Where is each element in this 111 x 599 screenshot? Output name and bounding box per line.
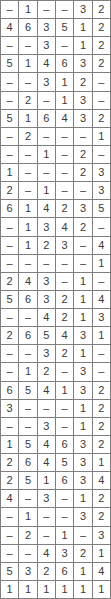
grid-cell[interactable]: – [19, 418, 37, 436]
grid-cell[interactable]: – [19, 309, 37, 327]
grid-cell[interactable]: – [1, 545, 19, 563]
grid-cell[interactable]: 5 [1, 55, 19, 73]
grid-cell[interactable]: 1 [56, 382, 74, 400]
grid-cell[interactable]: 2 [38, 237, 56, 255]
grid-cell[interactable]: – [38, 92, 56, 110]
grid-cell[interactable]: – [56, 363, 74, 381]
grid-cell[interactable]: – [19, 146, 37, 164]
grid-cell[interactable]: 1 [19, 55, 37, 73]
grid-cell[interactable]: 4 [19, 273, 37, 291]
grid-cell[interactable]: – [56, 255, 74, 273]
grid-cell[interactable]: 2 [93, 436, 111, 454]
grid-cell[interactable]: 2 [19, 128, 37, 146]
grid-cell[interactable]: 2 [74, 146, 92, 164]
grid-cell[interactable]: 2 [93, 400, 111, 418]
grid-cell[interactable]: 2 [56, 291, 74, 309]
grid-cell[interactable]: 2 [74, 73, 92, 91]
grid-cell[interactable]: 3 [19, 563, 37, 581]
grid-cell[interactable]: – [1, 363, 19, 381]
grid-cell[interactable]: 4 [38, 55, 56, 73]
grid-cell[interactable]: – [1, 345, 19, 363]
grid-cell[interactable]: 3 [1, 400, 19, 418]
grid-cell[interactable]: 2 [74, 218, 92, 236]
grid-cell[interactable]: 3 [38, 218, 56, 236]
grid-cell[interactable]: – [19, 490, 37, 508]
grid-cell[interactable]: 1 [56, 581, 74, 599]
grid-cell[interactable]: – [38, 164, 56, 182]
grid-cell[interactable]: 1 [19, 363, 37, 381]
grid-cell[interactable]: 2 [93, 19, 111, 37]
grid-cell[interactable]: 4 [93, 472, 111, 490]
grid-cell[interactable]: 6 [56, 472, 74, 490]
grid-cell[interactable]: 1 [19, 581, 37, 599]
grid-cell[interactable]: 1 [56, 92, 74, 110]
grid-cell[interactable]: 1 [93, 128, 111, 146]
grid-cell[interactable]: 3 [74, 382, 92, 400]
grid-cell[interactable]: 4 [38, 545, 56, 563]
grid-cell[interactable]: 6 [38, 110, 56, 128]
grid-cell[interactable]: 3 [74, 363, 92, 381]
grid-cell[interactable]: 3 [74, 327, 92, 345]
puzzle-grid: –1––32463512––3–12514632––312––2–13–5164… [0, 0, 111, 599]
grid-cell[interactable]: 5 [19, 382, 37, 400]
grid-cell[interactable]: – [1, 309, 19, 327]
grid-cell[interactable]: 2 [56, 200, 74, 218]
grid-cell[interactable]: – [1, 73, 19, 91]
grid-cell[interactable]: – [74, 255, 92, 273]
grid-cell[interactable]: 6 [19, 291, 37, 309]
grid-cell[interactable]: – [74, 128, 92, 146]
grid-cell[interactable]: – [1, 92, 19, 110]
grid-cell[interactable]: – [56, 400, 74, 418]
grid-cell[interactable]: 1 [1, 164, 19, 182]
grid-cell[interactable]: 5 [19, 436, 37, 454]
grid-cell[interactable]: 2 [1, 273, 19, 291]
grid-cell[interactable]: 3 [38, 418, 56, 436]
grid-cell[interactable]: – [1, 37, 19, 55]
grid-cell[interactable]: – [19, 545, 37, 563]
grid-cell[interactable]: – [56, 1, 74, 19]
grid-cell[interactable]: 3 [38, 19, 56, 37]
grid-cell[interactable]: 4 [38, 436, 56, 454]
grid-cell[interactable]: 6 [56, 563, 74, 581]
grid-cell[interactable]: – [19, 164, 37, 182]
grid-cell[interactable]: 2 [1, 327, 19, 345]
grid-cell[interactable]: – [56, 508, 74, 526]
grid-cell[interactable]: 1 [74, 345, 92, 363]
grid-cell[interactable]: 3 [93, 182, 111, 200]
grid-cell[interactable]: 2 [93, 490, 111, 508]
grid-cell[interactable]: 1 [19, 218, 37, 236]
grid-cell[interactable]: 4 [1, 490, 19, 508]
grid-cell[interactable]: 2 [38, 563, 56, 581]
grid-cell[interactable]: 2 [74, 164, 92, 182]
grid-cell[interactable]: – [93, 146, 111, 164]
grid-cell[interactable]: 4 [56, 327, 74, 345]
grid-cell[interactable]: 6 [19, 454, 37, 472]
grid-cell[interactable]: – [19, 182, 37, 200]
grid-cell[interactable]: 3 [38, 345, 56, 363]
grid-cell[interactable]: – [1, 128, 19, 146]
grid-cell[interactable]: 3 [38, 490, 56, 508]
grid-cell[interactable]: 3 [74, 55, 92, 73]
grid-cell[interactable]: 1 [93, 581, 111, 599]
grid-cell[interactable]: – [1, 146, 19, 164]
grid-cell[interactable]: 2 [19, 92, 37, 110]
grid-cell[interactable]: 3 [74, 454, 92, 472]
grid-cell[interactable]: 3 [38, 37, 56, 55]
grid-cell[interactable]: 4 [38, 454, 56, 472]
grid-cell[interactable]: 4 [93, 291, 111, 309]
grid-cell[interactable]: 2 [93, 382, 111, 400]
grid-cell[interactable]: 3 [74, 92, 92, 110]
grid-cell[interactable]: – [93, 73, 111, 91]
grid-cell[interactable]: – [1, 218, 19, 236]
grid-cell[interactable]: 1 [1, 581, 19, 599]
grid-cell[interactable]: – [93, 345, 111, 363]
grid-cell[interactable]: 2 [38, 363, 56, 381]
grid-cell[interactable]: – [56, 273, 74, 291]
grid-cell[interactable]: 1 [74, 19, 92, 37]
grid-cell[interactable]: – [56, 182, 74, 200]
grid-cell[interactable]: 1 [93, 327, 111, 345]
grid-cell[interactable]: 4 [1, 19, 19, 37]
grid-cell[interactable]: 3 [56, 237, 74, 255]
grid-cell[interactable]: – [74, 527, 92, 545]
grid-cell[interactable]: – [38, 400, 56, 418]
grid-cell[interactable]: 4 [38, 309, 56, 327]
grid-cell[interactable]: 4 [38, 200, 56, 218]
grid-cell[interactable]: 2 [93, 508, 111, 526]
grid-cell[interactable]: 2 [93, 110, 111, 128]
grid-cell[interactable]: 5 [56, 19, 74, 37]
grid-cell[interactable]: 6 [1, 382, 19, 400]
grid-cell[interactable]: 1 [38, 472, 56, 490]
grid-cell[interactable]: 3 [74, 110, 92, 128]
grid-cell[interactable]: 1 [19, 1, 37, 19]
grid-cell[interactable]: – [1, 255, 19, 273]
grid-cell[interactable]: 2 [93, 37, 111, 55]
grid-cell[interactable]: 3 [38, 73, 56, 91]
grid-cell[interactable]: 1 [93, 545, 111, 563]
grid-cell[interactable]: – [19, 345, 37, 363]
grid-cell[interactable]: 2 [56, 309, 74, 327]
grid-cell[interactable]: 1 [38, 182, 56, 200]
grid-cell[interactable]: – [38, 508, 56, 526]
grid-cell[interactable]: 4 [56, 110, 74, 128]
grid-cell[interactable]: 2 [1, 454, 19, 472]
grid-cell[interactable]: 6 [56, 55, 74, 73]
grid-cell[interactable]: 5 [19, 472, 37, 490]
grid-cell[interactable]: 1 [1, 436, 19, 454]
grid-cell[interactable]: 2 [1, 182, 19, 200]
grid-cell[interactable]: 1 [74, 309, 92, 327]
grid-cell[interactable]: 1 [56, 527, 74, 545]
grid-cell[interactable]: 3 [93, 164, 111, 182]
grid-cell[interactable]: 1 [74, 418, 92, 436]
grid-cell[interactable]: 1 [38, 581, 56, 599]
grid-cell[interactable]: 3 [38, 291, 56, 309]
grid-cell[interactable]: – [74, 182, 92, 200]
grid-cell[interactable]: – [38, 527, 56, 545]
grid-cell[interactable]: – [38, 128, 56, 146]
grid-cell[interactable]: 1 [93, 255, 111, 273]
grid-cell[interactable]: 2 [74, 545, 92, 563]
grid-cell[interactable]: – [1, 508, 19, 526]
grid-cell[interactable]: – [19, 73, 37, 91]
grid-cell[interactable]: 1 [19, 200, 37, 218]
grid-cell[interactable]: 5 [1, 563, 19, 581]
grid-cell[interactable]: – [1, 527, 19, 545]
grid-cell[interactable]: – [19, 400, 37, 418]
grid-cell[interactable]: – [56, 490, 74, 508]
grid-cell[interactable]: 2 [93, 418, 111, 436]
grid-cell[interactable]: – [56, 37, 74, 55]
grid-cell[interactable]: – [93, 218, 111, 236]
grid-cell[interactable]: 6 [1, 200, 19, 218]
grid-cell[interactable]: – [19, 255, 37, 273]
grid-cell[interactable]: 1 [74, 400, 92, 418]
grid-cell[interactable]: 6 [19, 19, 37, 37]
grid-cell[interactable]: 3 [74, 472, 92, 490]
grid-cell[interactable]: – [56, 146, 74, 164]
grid-cell[interactable]: 1 [19, 237, 37, 255]
grid-cell[interactable]: 6 [19, 327, 37, 345]
grid-cell[interactable]: 6 [56, 436, 74, 454]
grid-cell[interactable]: 1 [38, 146, 56, 164]
grid-cell[interactable]: 2 [56, 345, 74, 363]
grid-cell[interactable]: 1 [74, 581, 92, 599]
grid-cell[interactable]: 5 [38, 327, 56, 345]
grid-cell[interactable]: 1 [74, 37, 92, 55]
grid-cell[interactable]: 4 [93, 237, 111, 255]
grid-cell[interactable]: 2 [93, 1, 111, 19]
grid-cell[interactable]: 2 [1, 472, 19, 490]
grid-cell[interactable]: 4 [56, 218, 74, 236]
grid-cell[interactable]: 5 [56, 454, 74, 472]
grid-cell[interactable]: 5 [1, 110, 19, 128]
grid-cell[interactable]: – [38, 1, 56, 19]
grid-cell[interactable]: 1 [74, 563, 92, 581]
grid-cell[interactable]: 3 [56, 545, 74, 563]
grid-cell[interactable]: 3 [93, 527, 111, 545]
grid-cell[interactable]: 3 [74, 508, 92, 526]
grid-cell[interactable]: 3 [38, 273, 56, 291]
grid-cell[interactable]: 1 [19, 508, 37, 526]
grid-cell[interactable]: – [1, 1, 19, 19]
grid-cell[interactable]: 2 [19, 527, 37, 545]
grid-cell[interactable]: – [74, 237, 92, 255]
grid-cell[interactable]: – [56, 128, 74, 146]
grid-cell[interactable]: 5 [93, 200, 111, 218]
grid-cell[interactable]: 3 [74, 436, 92, 454]
grid-cell[interactable]: 3 [74, 1, 92, 19]
grid-cell[interactable]: 2 [93, 55, 111, 73]
grid-cell[interactable]: 1 [74, 291, 92, 309]
grid-cell[interactable]: 4 [38, 382, 56, 400]
grid-cell[interactable]: 3 [74, 200, 92, 218]
grid-cell[interactable]: 1 [19, 110, 37, 128]
grid-cell[interactable]: 1 [56, 73, 74, 91]
grid-cell[interactable]: 3 [93, 309, 111, 327]
grid-cell[interactable]: – [38, 255, 56, 273]
grid-cell[interactable]: – [1, 237, 19, 255]
grid-cell[interactable]: – [1, 418, 19, 436]
grid-cell[interactable]: – [19, 37, 37, 55]
grid-cell[interactable]: 1 [74, 490, 92, 508]
grid-cell[interactable]: – [93, 273, 111, 291]
grid-cell[interactable]: – [93, 363, 111, 381]
grid-cell[interactable]: – [56, 164, 74, 182]
grid-cell[interactable]: 1 [74, 273, 92, 291]
grid-cell[interactable]: – [93, 92, 111, 110]
grid-cell[interactable]: 4 [93, 563, 111, 581]
grid-cell[interactable]: – [56, 418, 74, 436]
grid-cell[interactable]: 5 [1, 291, 19, 309]
grid-cell[interactable]: 1 [93, 454, 111, 472]
